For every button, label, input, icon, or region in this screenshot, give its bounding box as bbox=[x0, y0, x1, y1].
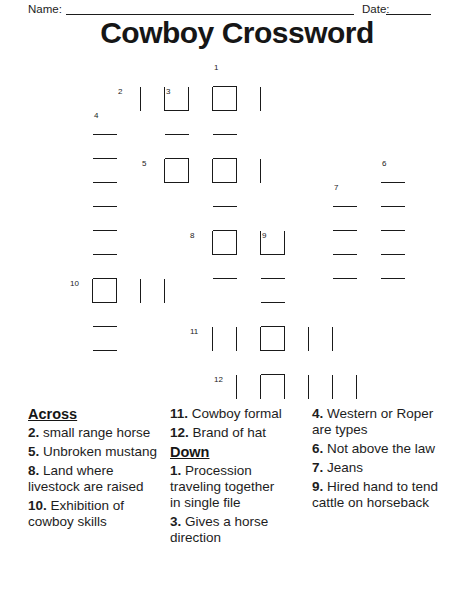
cell-number-11: 11 bbox=[190, 327, 198, 336]
clue-text: Jeans bbox=[323, 460, 363, 475]
clue-number: 7. bbox=[312, 460, 323, 475]
grid-cell-r10c2[interactable] bbox=[93, 279, 117, 303]
cell-number-7: 7 bbox=[334, 183, 338, 192]
grid-cell-r5c4[interactable]: 5 bbox=[141, 159, 165, 183]
grid-cell-r10c4[interactable] bbox=[141, 279, 165, 303]
grid-cell-r8c14[interactable] bbox=[381, 231, 405, 255]
grid-cell-r7c12[interactable] bbox=[333, 207, 357, 231]
clue-number: 12. bbox=[170, 425, 189, 440]
grid-cell-r11c9[interactable] bbox=[261, 303, 285, 327]
clue-down-9: 9. Hired hand to tend cattle on horsebac… bbox=[312, 479, 452, 511]
grid-cell-r13c2[interactable] bbox=[93, 351, 117, 375]
grid-cell-r5c2[interactable] bbox=[93, 159, 117, 183]
clue-across-5: 5. Unbroken mustang bbox=[28, 444, 160, 460]
grid-cell-r10c3[interactable] bbox=[117, 279, 141, 303]
grid-cell-r1c7[interactable]: 1 bbox=[213, 63, 237, 87]
clues-column-2: 11. Cowboy formal12. Brand of hat Down 1… bbox=[170, 406, 288, 549]
grid-cell-r8c2[interactable] bbox=[93, 231, 117, 255]
grid-cell-r10c14[interactable] bbox=[381, 279, 405, 303]
grid-cell-r2c5[interactable]: 3 bbox=[165, 87, 189, 111]
clue-across-12: 12. Brand of hat bbox=[170, 425, 288, 441]
clue-across-10: 10. Exhibition of cowboy skills bbox=[28, 498, 160, 530]
cell-number-12: 12 bbox=[214, 375, 223, 384]
cell-number-6: 6 bbox=[382, 159, 386, 168]
grid-cell-r8c10[interactable] bbox=[285, 231, 309, 255]
grid-cell-r3c7[interactable] bbox=[213, 111, 237, 135]
grid-cell-r7c7[interactable] bbox=[213, 207, 237, 231]
cell-number-8: 8 bbox=[190, 231, 194, 240]
grid-cell-r12c7[interactable] bbox=[213, 327, 237, 351]
grid-cell-r12c6[interactable]: 11 bbox=[189, 327, 213, 351]
grid-cell-r4c2[interactable] bbox=[93, 135, 117, 159]
clue-number: 9. bbox=[312, 479, 323, 494]
grid-cell-r9c2[interactable] bbox=[93, 255, 117, 279]
grid-cell-r6c14[interactable] bbox=[381, 183, 405, 207]
grid-cell-r4c7[interactable] bbox=[213, 135, 237, 159]
grid-cell-r10c5[interactable] bbox=[165, 279, 189, 303]
clues-column-3: 4. Western or Roper are types6. Not abov… bbox=[312, 406, 452, 514]
grid-cell-r14c10[interactable] bbox=[285, 375, 309, 399]
grid-cell-r14c8[interactable] bbox=[237, 375, 261, 399]
grid-cell-r7c2[interactable] bbox=[93, 207, 117, 231]
clue-text: Not above the law bbox=[323, 441, 435, 456]
grid-cell-r3c5[interactable] bbox=[165, 111, 189, 135]
grid-cell-r9c7[interactable] bbox=[213, 255, 237, 279]
worksheet-page: Name: Date: Cowboy Crossword 12345678910… bbox=[0, 0, 474, 613]
grid-cell-r5c5[interactable] bbox=[165, 159, 189, 183]
cell-number-1: 1 bbox=[214, 63, 218, 72]
clue-number: 10. bbox=[28, 498, 47, 513]
grid-cell-r8c9[interactable]: 9 bbox=[261, 231, 285, 255]
clue-down-7: 7. Jeans bbox=[312, 460, 452, 476]
clue-across-8: 8. Land where livestock are raised bbox=[28, 463, 160, 495]
clue-down-6: 6. Not above the law bbox=[312, 441, 452, 457]
grid-cell-r11c2[interactable] bbox=[93, 303, 117, 327]
clue-across-11: 11. Cowboy formal bbox=[170, 406, 288, 422]
cell-number-10: 10 bbox=[70, 279, 79, 288]
clues-column-1: Across 2. small range horse5. Unbroken m… bbox=[28, 406, 160, 533]
grid-cell-r14c12[interactable] bbox=[333, 375, 357, 399]
grid-cell-r2c3[interactable]: 2 bbox=[117, 87, 141, 111]
grid-cell-r10c9[interactable] bbox=[261, 279, 285, 303]
clue-across-2: 2. small range horse bbox=[28, 425, 160, 441]
grid-cell-r2c9[interactable] bbox=[261, 87, 285, 111]
grid-cell-r12c2[interactable] bbox=[93, 327, 117, 351]
grid-cell-r6c2[interactable] bbox=[93, 183, 117, 207]
grid-cell-r2c4[interactable] bbox=[141, 87, 165, 111]
grid-cell-r5c6[interactable] bbox=[189, 159, 213, 183]
grid-cell-r14c11[interactable] bbox=[309, 375, 333, 399]
grid-cell-r9c12[interactable] bbox=[333, 255, 357, 279]
grid-cell-r13c9[interactable] bbox=[261, 351, 285, 375]
grid-cell-r10c12[interactable] bbox=[333, 279, 357, 303]
down-clue-list-2: 4. Western or Roper are types6. Not abov… bbox=[312, 406, 452, 511]
grid-cell-r9c14[interactable] bbox=[381, 255, 405, 279]
down-clue-list-1: 1. Procession traveling together in sing… bbox=[170, 463, 288, 546]
grid-cell-r6c7[interactable] bbox=[213, 183, 237, 207]
cell-number-4: 4 bbox=[94, 111, 98, 120]
grid-cell-r3c2[interactable]: 4 bbox=[93, 111, 117, 135]
grid-cell-r12c11[interactable] bbox=[309, 327, 333, 351]
clue-text: Cowboy formal bbox=[188, 406, 282, 421]
clue-text: Unbroken mustang bbox=[39, 444, 157, 459]
grid-cell-r10c7[interactable] bbox=[213, 279, 237, 303]
date-blank-line[interactable] bbox=[386, 1, 431, 15]
clue-text: Hired hand to tend cattle on horseback bbox=[312, 479, 438, 510]
grid-cell-r8c12[interactable] bbox=[333, 231, 357, 255]
clue-number: 3. bbox=[170, 514, 181, 529]
grid-cell-r12c12[interactable] bbox=[333, 327, 357, 351]
across-header: Across bbox=[28, 406, 160, 422]
clue-number: 4. bbox=[312, 406, 323, 421]
grid-cell-r14c9[interactable] bbox=[261, 375, 285, 399]
grid-cell-r4c5[interactable] bbox=[165, 135, 189, 159]
page-title: Cowboy Crossword bbox=[0, 16, 474, 50]
grid-cell-r6c5[interactable] bbox=[165, 183, 189, 207]
grid-cell-r5c14[interactable]: 6 bbox=[381, 159, 405, 183]
grid-cell-r8c7[interactable] bbox=[213, 231, 237, 255]
grid-cell-r14c13[interactable] bbox=[357, 375, 381, 399]
cell-number-5: 5 bbox=[142, 159, 146, 168]
grid-cell-r2c6[interactable] bbox=[189, 87, 213, 111]
clue-number: 1. bbox=[170, 463, 181, 478]
clue-number: 5. bbox=[28, 444, 39, 459]
clue-text: small range horse bbox=[39, 425, 150, 440]
cell-number-3: 3 bbox=[166, 87, 170, 96]
clue-down-3: 3. Gives a horse direction bbox=[170, 514, 288, 546]
grid-cell-r12c9[interactable] bbox=[261, 327, 285, 351]
grid-cell-r2c8[interactable] bbox=[237, 87, 261, 111]
down-header: Down bbox=[170, 444, 288, 460]
grid-cell-r12c10[interactable] bbox=[285, 327, 309, 351]
grid-cell-r6c12[interactable]: 7 bbox=[333, 183, 357, 207]
clue-number: 6. bbox=[312, 441, 323, 456]
across-clue-list-1: 2. small range horse5. Unbroken mustang8… bbox=[28, 425, 160, 530]
clue-down-1: 1. Procession traveling together in sing… bbox=[170, 463, 288, 511]
grid-cell-r12c8[interactable] bbox=[237, 327, 261, 351]
grid-cell-r8c6[interactable]: 8 bbox=[189, 231, 213, 255]
grid-cell-r14c7[interactable]: 12 bbox=[213, 375, 237, 399]
across-clue-list-2: 11. Cowboy formal12. Brand of hat bbox=[170, 406, 288, 441]
clue-text: Procession traveling together in single … bbox=[170, 463, 274, 510]
cell-number-9: 9 bbox=[262, 231, 266, 240]
grid-cell-r9c9[interactable] bbox=[261, 255, 285, 279]
cell-number-2: 2 bbox=[118, 87, 122, 96]
clue-text: Gives a horse direction bbox=[170, 514, 268, 545]
name-label: Name: bbox=[28, 3, 62, 15]
clue-text: Western or Roper are types bbox=[312, 406, 433, 437]
clue-number: 2. bbox=[28, 425, 39, 440]
name-blank-line[interactable] bbox=[66, 1, 354, 15]
clue-down-4: 4. Western or Roper are types bbox=[312, 406, 452, 438]
grid-cell-r2c7[interactable] bbox=[213, 87, 237, 111]
clue-text: Brand of hat bbox=[189, 425, 266, 440]
grid-cell-r7c14[interactable] bbox=[381, 207, 405, 231]
grid-cell-r5c8[interactable] bbox=[237, 159, 261, 183]
grid-cell-r5c9[interactable] bbox=[261, 159, 285, 183]
grid-cell-r5c7[interactable] bbox=[213, 159, 237, 183]
crossword-grid: 123456789101112 bbox=[69, 63, 405, 399]
grid-cell-r10c1[interactable]: 10 bbox=[69, 279, 93, 303]
clue-text: Land where livestock are raised bbox=[28, 463, 144, 494]
clue-number: 11. bbox=[170, 406, 188, 421]
clue-number: 8. bbox=[28, 463, 39, 478]
grid-cell-r8c8[interactable] bbox=[237, 231, 261, 255]
